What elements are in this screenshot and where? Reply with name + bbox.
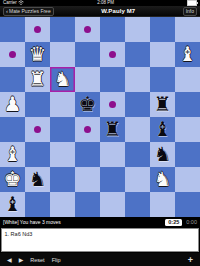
square-f1[interactable] (125, 192, 150, 217)
back-button[interactable]: ‹ Mate Puzzles Free (3, 7, 54, 16)
black-bishop-g4[interactable]: ♝ (150, 117, 175, 142)
reset-button[interactable]: Reset (30, 257, 44, 263)
square-g4[interactable]: ♝ (150, 117, 175, 142)
square-c2[interactable] (50, 167, 75, 192)
hint-dot-d8 (84, 26, 91, 33)
white-bishop-a3[interactable]: ♝ (0, 142, 25, 167)
square-f2[interactable] (125, 167, 150, 192)
square-c3[interactable] (50, 142, 75, 167)
black-rook-g5[interactable]: ♜ (150, 92, 175, 117)
move-timer: 0:25 (165, 219, 182, 226)
square-a8[interactable] (0, 17, 25, 42)
bottom-toolbar: ◀ ▶ Reset Flip + (0, 253, 200, 266)
square-b1[interactable] (25, 192, 50, 217)
flip-button[interactable]: Flip (52, 257, 61, 263)
chess-board: ♛♝♜♞♟♚♜♜♝♝♞♚♞♞♝ (0, 17, 200, 217)
move-list-panel: 1. Ra6 Nd3 (1, 228, 199, 252)
square-b6[interactable]: ♜ (25, 67, 50, 92)
square-a2[interactable]: ♚ (0, 167, 25, 192)
square-d5[interactable]: ♚ (75, 92, 100, 117)
page-title: W.Pauly M7 (101, 8, 135, 14)
square-h2[interactable] (175, 167, 200, 192)
square-g3[interactable]: ♞ (150, 142, 175, 167)
square-a6[interactable] (0, 67, 25, 92)
square-d4[interactable] (75, 117, 100, 142)
square-d7[interactable] (75, 42, 100, 67)
white-knight-g2[interactable]: ♞ (150, 167, 175, 192)
square-h7[interactable]: ♝ (175, 42, 200, 67)
nav-bar: ‹ Mate Puzzles Free W.Pauly M7 Info (0, 6, 200, 17)
hint-dot-b8 (34, 26, 41, 33)
square-a5[interactable]: ♟ (0, 92, 25, 117)
black-king-d5[interactable]: ♚ (75, 92, 100, 117)
square-g8[interactable] (150, 17, 175, 42)
square-e5[interactable] (100, 92, 125, 117)
add-button[interactable]: + (188, 255, 193, 265)
status-message: [White] You have 3 moves (3, 219, 165, 225)
square-f4[interactable] (125, 117, 150, 142)
black-knight-b2[interactable]: ♞ (25, 167, 50, 192)
square-c8[interactable] (50, 17, 75, 42)
square-h3[interactable] (175, 142, 200, 167)
hint-dot-e5 (109, 101, 116, 108)
square-g2[interactable]: ♞ (150, 167, 175, 192)
square-b7[interactable]: ♛ (25, 42, 50, 67)
square-b8[interactable] (25, 17, 50, 42)
square-f3[interactable] (125, 142, 150, 167)
square-a7[interactable] (0, 42, 25, 67)
square-b3[interactable] (25, 142, 50, 167)
next-move-button[interactable]: ▶ (19, 256, 24, 263)
white-bishop-h7[interactable]: ♝ (175, 42, 200, 67)
square-g5[interactable]: ♜ (150, 92, 175, 117)
square-a1[interactable]: ♝ (0, 192, 25, 217)
battery-icon (187, 0, 197, 6)
square-g1[interactable] (150, 192, 175, 217)
square-h4[interactable] (175, 117, 200, 142)
square-h1[interactable] (175, 192, 200, 217)
white-pawn-a5[interactable]: ♟ (0, 92, 25, 117)
square-f7[interactable] (125, 42, 150, 67)
hint-dot-d4 (84, 126, 91, 133)
square-d1[interactable] (75, 192, 100, 217)
square-e4[interactable]: ♜ (100, 117, 125, 142)
hint-dot-b4 (34, 126, 41, 133)
move-list-text: 1. Ra6 Nd3 (5, 231, 33, 237)
square-e7[interactable] (100, 42, 125, 67)
square-d3[interactable] (75, 142, 100, 167)
square-e1[interactable] (100, 192, 125, 217)
square-g7[interactable] (150, 42, 175, 67)
square-d8[interactable] (75, 17, 100, 42)
square-g6[interactable] (150, 67, 175, 92)
square-c5[interactable] (50, 92, 75, 117)
info-button[interactable]: Info (183, 7, 197, 16)
square-e2[interactable] (100, 167, 125, 192)
total-timer: 0:00 (186, 219, 197, 225)
hint-dot-e7 (109, 51, 116, 58)
white-queen-b7[interactable]: ♛ (25, 42, 50, 67)
square-e3[interactable] (100, 142, 125, 167)
square-c1[interactable] (50, 192, 75, 217)
square-e6[interactable] (100, 67, 125, 92)
black-knight-g3[interactable]: ♞ (150, 142, 175, 167)
app-window: Carrier 2:08 PM ‹ Mate Puzzles Free W.Pa… (0, 0, 200, 266)
white-knight-c6[interactable]: ♞ (50, 67, 75, 92)
square-e8[interactable] (100, 17, 125, 42)
hint-dot-a7 (9, 51, 16, 58)
square-d2[interactable] (75, 167, 100, 192)
square-a3[interactable]: ♝ (0, 142, 25, 167)
square-h8[interactable] (175, 17, 200, 42)
white-king-a2[interactable]: ♚ (0, 167, 25, 192)
square-c4[interactable] (50, 117, 75, 142)
square-f8[interactable] (125, 17, 150, 42)
black-bishop-a1[interactable]: ♝ (0, 192, 25, 217)
square-c7[interactable] (50, 42, 75, 67)
black-rook-e4[interactable]: ♜ (100, 117, 125, 142)
square-a4[interactable] (0, 117, 25, 142)
back-chevron-icon: ‹ (6, 9, 8, 14)
square-b5[interactable] (25, 92, 50, 117)
white-rook-b6[interactable]: ♜ (25, 67, 50, 92)
status-strip: [White] You have 3 moves 0:25 0:00 (0, 217, 200, 227)
square-b4[interactable] (25, 117, 50, 142)
square-f5[interactable] (125, 92, 150, 117)
prev-move-button[interactable]: ◀ (7, 256, 12, 263)
square-d6[interactable] (75, 67, 100, 92)
back-button-label: Mate Puzzles Free (9, 8, 51, 14)
square-c6[interactable]: ♞ (50, 67, 75, 92)
square-h5[interactable] (175, 92, 200, 117)
square-h6[interactable] (175, 67, 200, 92)
info-button-label: Info (186, 8, 194, 14)
square-f6[interactable] (125, 67, 150, 92)
square-b2[interactable]: ♞ (25, 167, 50, 192)
